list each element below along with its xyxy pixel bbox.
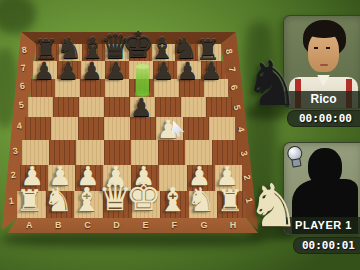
rank-label-left-6: 6 — [19, 82, 25, 92]
player-clock: 00:00:01 — [293, 237, 360, 254]
black-pawn-a7[interactable]: ♟ — [33, 59, 55, 83]
black-pawn-h7[interactable]: ♟ — [201, 59, 223, 83]
silhouette-head — [308, 148, 343, 186]
file-label-c: C — [84, 221, 91, 230]
white-knight-icon: ♞ — [247, 176, 300, 235]
rank-label-left-1: 1 — [8, 197, 14, 207]
square-d5[interactable] — [104, 97, 129, 117]
bulb-base — [291, 158, 301, 167]
file-label-d: D — [113, 221, 120, 230]
white-knight-g1[interactable]: ♞ — [187, 183, 217, 216]
square-g4[interactable] — [183, 117, 209, 140]
highlight-beam-cap — [136, 64, 149, 69]
black-pawn-c7[interactable]: ♟ — [81, 59, 103, 83]
file-label-e: E — [142, 221, 148, 230]
rank-label-left-8: 8 — [21, 46, 27, 56]
rank-label-left-4: 4 — [16, 122, 22, 132]
black-pawn-f7[interactable]: ♟ — [153, 59, 175, 83]
avatar-fringe — [308, 27, 340, 38]
square-a5[interactable] — [28, 97, 53, 117]
black-pawn-b7[interactable]: ♟ — [57, 59, 79, 83]
black-pawn-g7[interactable]: ♟ — [177, 59, 199, 83]
highlight-beam — [136, 66, 149, 94]
file-label-f: F — [172, 221, 178, 230]
game-screen: ABCDEFGH1122334455667788 ♜♞♝♛♚♝♞♜♟♟♟♟♟♟♟… — [0, 0, 360, 270]
rank-label-left-5: 5 — [18, 101, 24, 111]
square-c4[interactable] — [78, 117, 104, 140]
rank-label-left-7: 7 — [20, 64, 26, 74]
black-pawn-d7[interactable]: ♟ — [105, 59, 127, 83]
rank-label-left-2: 2 — [10, 171, 16, 181]
file-label-a: A — [26, 221, 33, 230]
avatar-eyes — [314, 47, 318, 49]
white-rook-a1[interactable]: ♜ — [16, 186, 43, 216]
square-f5[interactable] — [155, 97, 180, 117]
black-knight-icon: ♞ — [244, 53, 300, 115]
white-bishop-f1[interactable]: ♝ — [158, 183, 188, 216]
square-a4[interactable] — [25, 117, 51, 140]
file-label-h: H — [230, 221, 237, 230]
square-h4[interactable] — [209, 117, 235, 140]
rank-label-left-3: 3 — [12, 147, 18, 157]
square-b5[interactable] — [53, 97, 78, 117]
square-b4[interactable] — [51, 117, 77, 140]
white-king-e1[interactable]: ♚ — [126, 176, 162, 216]
square-c5[interactable] — [79, 97, 104, 117]
white-rook-h1[interactable]: ♜ — [217, 186, 244, 216]
square-h5[interactable] — [206, 97, 231, 117]
square-g5[interactable] — [181, 97, 206, 117]
file-label-b: B — [55, 221, 62, 230]
square-d4[interactable] — [104, 117, 130, 140]
white-knight-b1[interactable]: ♞ — [43, 183, 73, 216]
black-pawn-e5[interactable]: ♟ — [130, 95, 152, 120]
file-label-g: G — [201, 221, 208, 230]
avatar-mouth — [320, 64, 328, 66]
